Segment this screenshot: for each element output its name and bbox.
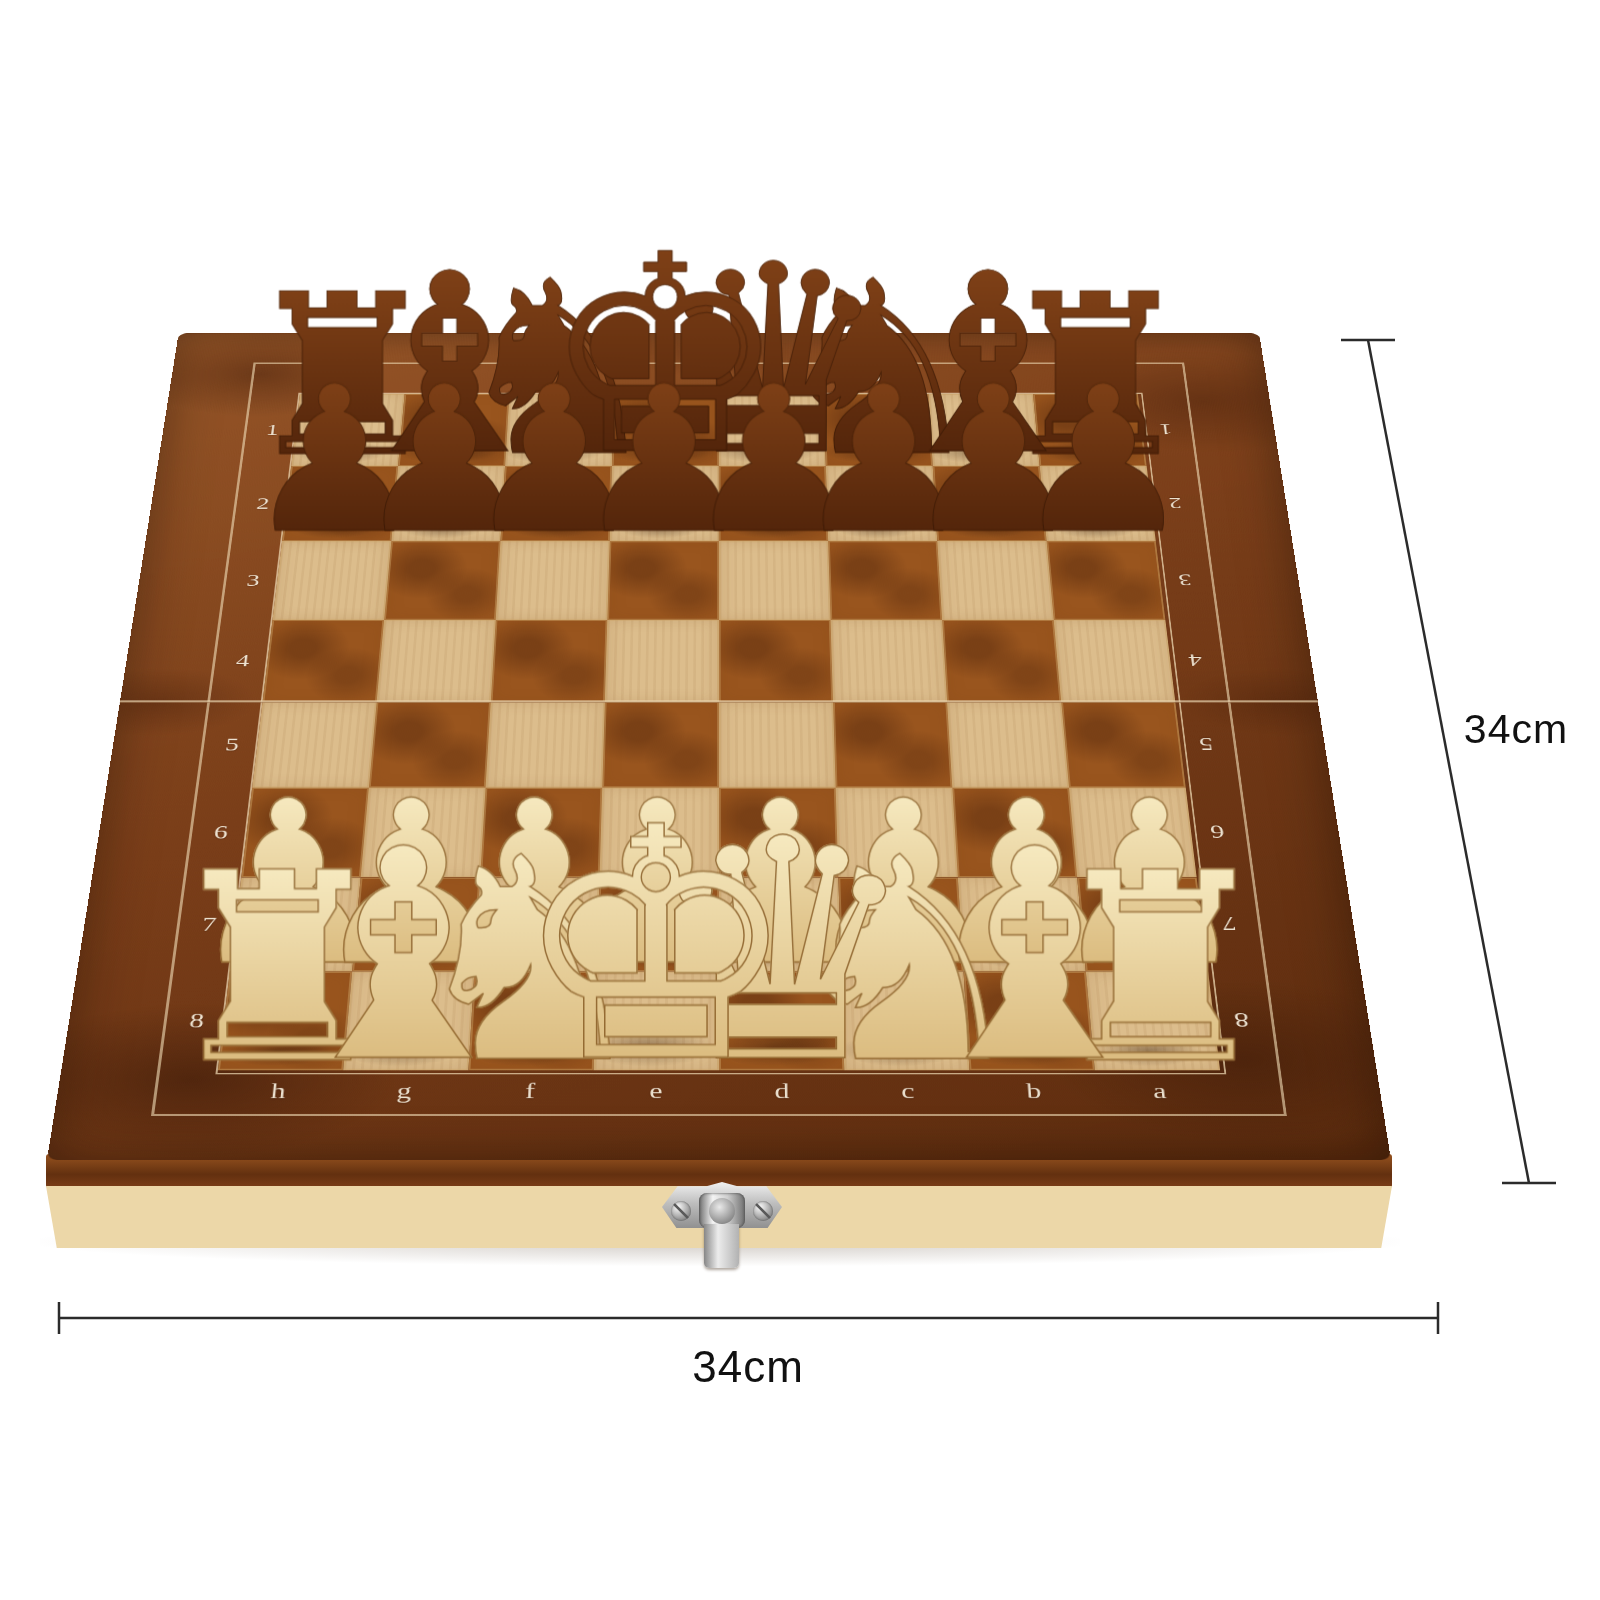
square-h4 <box>263 620 385 702</box>
board-grid: hgfedcba1♜♝♞♚♛♞♝♜12♟♟♟♟♟♟♟♟2334455667♟♟♟… <box>158 365 1281 1111</box>
square-a4 <box>1054 620 1176 702</box>
piece-light-king-e8: ♚ <box>512 785 800 1106</box>
board-fold-seam <box>120 701 1318 703</box>
height-dimension-label: 34cm <box>1464 706 1568 753</box>
coord-text: 4 <box>1187 650 1203 670</box>
latch-screw-left <box>671 1201 691 1221</box>
square-b8: ♝ <box>964 971 1095 1070</box>
square-e4 <box>605 620 719 702</box>
square-e8: ♚ <box>594 971 719 1070</box>
square-g4 <box>377 620 496 702</box>
square-c4 <box>831 620 948 702</box>
metal-latch <box>662 1182 782 1268</box>
latch-barrel <box>699 1193 745 1228</box>
coord-text: 3 <box>1177 570 1192 589</box>
piece-light-bishop-g8: ♝ <box>273 812 534 1103</box>
piece-dark-pawn-a2: ♟ <box>1013 359 1194 561</box>
piece-light-bishop-b8: ♝ <box>904 812 1165 1103</box>
coord-text: 4 <box>235 650 251 670</box>
square-g8: ♝ <box>343 971 474 1070</box>
coord-text: 3 <box>245 570 260 589</box>
square-a2: ♟ <box>1040 466 1156 541</box>
chess-board: hgfedcba1♜♝♞♚♛♞♝♜12♟♟♟♟♟♟♟♟2334455667♟♟♟… <box>47 333 1391 1160</box>
square-f4 <box>491 620 608 702</box>
width-dimension-label: 34cm <box>692 1342 804 1392</box>
square-d4 <box>719 620 833 702</box>
square-b4 <box>942 620 1061 702</box>
latch-hook-tab <box>704 1224 739 1268</box>
chess-set-product-photo: hgfedcba1♜♝♞♚♛♞♝♜12♟♟♟♟♟♟♟♟2334455667♟♟♟… <box>0 0 1600 1600</box>
latch-screw-right <box>753 1201 773 1221</box>
